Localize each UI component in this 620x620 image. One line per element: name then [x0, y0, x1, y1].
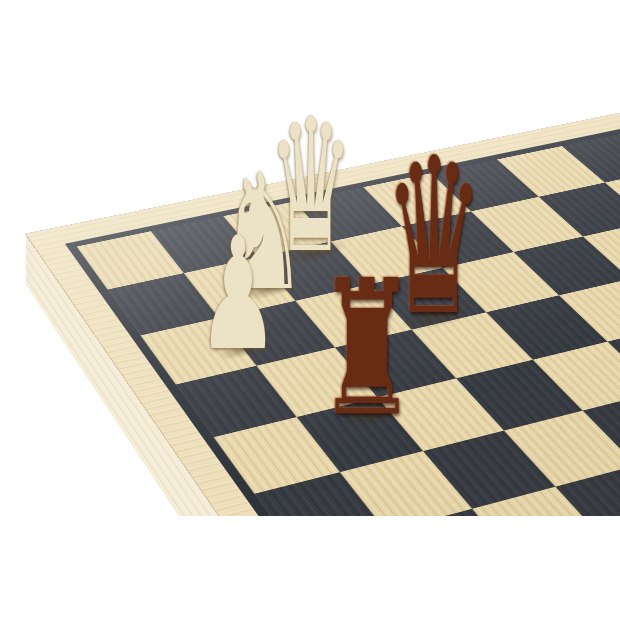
black-rook-glyph: ♜ — [317, 256, 417, 442]
photo-crop-mask — [0, 516, 620, 620]
product-photo-stage: ♞♛♟♛♜ — [0, 0, 620, 620]
white-pawn-glyph: ♟ — [197, 216, 278, 372]
